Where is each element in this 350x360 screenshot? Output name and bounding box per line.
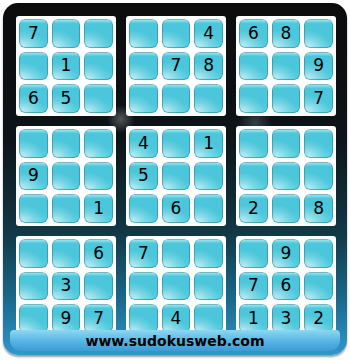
given-digit: 8 xyxy=(203,57,214,74)
given-digit: 7 xyxy=(248,277,259,294)
board-frame: 7165478689791415628639774976132 www.sudo… xyxy=(3,3,347,355)
given-digit: 7 xyxy=(138,245,149,262)
cell-r8c3[interactable] xyxy=(84,272,113,301)
box-3-2: 74 xyxy=(126,236,226,336)
cell-r6c9[interactable]: 8 xyxy=(304,194,333,223)
given-digit: 6 xyxy=(28,90,39,107)
cell-r7c6[interactable] xyxy=(194,239,223,268)
cell-r2c2[interactable]: 1 xyxy=(52,52,81,81)
given-digit: 3 xyxy=(281,310,292,327)
cell-r5c7[interactable] xyxy=(239,162,268,191)
cell-r9c6[interactable] xyxy=(194,304,223,333)
cell-r9c4[interactable] xyxy=(129,304,158,333)
cell-r5c9[interactable] xyxy=(304,162,333,191)
cell-r9c3[interactable]: 7 xyxy=(84,304,113,333)
cell-r2c4[interactable] xyxy=(129,52,158,81)
cell-r4c4[interactable]: 4 xyxy=(129,129,158,158)
cell-r2c5[interactable]: 7 xyxy=(162,52,191,81)
cell-r4c9[interactable] xyxy=(304,129,333,158)
given-digit: 8 xyxy=(281,25,292,42)
box-2-2: 4156 xyxy=(126,126,226,226)
cell-r8c2[interactable]: 3 xyxy=(52,272,81,301)
cell-r5c6[interactable] xyxy=(194,162,223,191)
cell-r2c6[interactable]: 8 xyxy=(194,52,223,81)
cell-r3c3[interactable] xyxy=(84,84,113,113)
cell-r3c7[interactable] xyxy=(239,84,268,113)
cell-r8c8[interactable]: 6 xyxy=(272,272,301,301)
cell-r3c8[interactable] xyxy=(272,84,301,113)
cell-r6c6[interactable] xyxy=(194,194,223,223)
cell-r9c7[interactable]: 1 xyxy=(239,304,268,333)
cell-r5c2[interactable] xyxy=(52,162,81,191)
cell-r5c8[interactable] xyxy=(272,162,301,191)
given-digit: 4 xyxy=(138,135,149,152)
cell-r1c4[interactable] xyxy=(129,19,158,48)
given-digit: 1 xyxy=(248,310,259,327)
cell-r7c7[interactable] xyxy=(239,239,268,268)
cell-r5c3[interactable] xyxy=(84,162,113,191)
box-1-3: 6897 xyxy=(236,16,336,116)
given-digit: 6 xyxy=(281,277,292,294)
cell-r7c1[interactable] xyxy=(19,239,48,268)
given-digit: 5 xyxy=(61,90,72,107)
cell-r1c5[interactable] xyxy=(162,19,191,48)
site-url-label: www.sudokusweb.com xyxy=(85,333,264,349)
cell-r4c8[interactable] xyxy=(272,129,301,158)
cell-r3c2[interactable]: 5 xyxy=(52,84,81,113)
given-digit: 6 xyxy=(171,200,182,217)
cell-r7c5[interactable] xyxy=(162,239,191,268)
cell-r8c9[interactable] xyxy=(304,272,333,301)
sudoku-page: 7165478689791415628639774976132 www.sudo… xyxy=(0,0,350,360)
given-digit: 9 xyxy=(313,57,324,74)
cell-r1c8[interactable]: 8 xyxy=(272,19,301,48)
given-digit: 7 xyxy=(313,90,324,107)
cell-r9c1[interactable] xyxy=(19,304,48,333)
given-digit: 8 xyxy=(313,200,324,217)
cell-r8c1[interactable] xyxy=(19,272,48,301)
given-digit: 2 xyxy=(313,310,324,327)
given-digit: 6 xyxy=(93,245,104,262)
cell-r9c8[interactable]: 3 xyxy=(272,304,301,333)
cell-r2c7[interactable] xyxy=(239,52,268,81)
box-1-1: 7165 xyxy=(16,16,116,116)
cell-r3c1[interactable]: 6 xyxy=(19,84,48,113)
cell-r6c8[interactable] xyxy=(272,194,301,223)
cell-r1c3[interactable] xyxy=(84,19,113,48)
given-digit: 4 xyxy=(203,25,214,42)
cell-r4c1[interactable] xyxy=(19,129,48,158)
cell-r1c9[interactable] xyxy=(304,19,333,48)
cell-r6c2[interactable] xyxy=(52,194,81,223)
cell-r5c1[interactable]: 9 xyxy=(19,162,48,191)
box-2-3: 28 xyxy=(236,126,336,226)
cell-r5c5[interactable] xyxy=(162,162,191,191)
cell-r7c2[interactable] xyxy=(52,239,81,268)
cell-r3c4[interactable] xyxy=(129,84,158,113)
sudoku-grid: 7165478689791415628639774976132 xyxy=(16,16,336,336)
box-1-2: 478 xyxy=(126,16,226,116)
given-digit: 7 xyxy=(28,25,39,42)
cell-r6c7[interactable]: 2 xyxy=(239,194,268,223)
given-digit: 7 xyxy=(171,57,182,74)
cell-r4c2[interactable] xyxy=(52,129,81,158)
cell-r3c5[interactable] xyxy=(162,84,191,113)
box-2-1: 91 xyxy=(16,126,116,226)
given-digit: 5 xyxy=(138,167,149,184)
cell-r1c1[interactable]: 7 xyxy=(19,19,48,48)
cell-r6c1[interactable] xyxy=(19,194,48,223)
cell-r7c3[interactable]: 6 xyxy=(84,239,113,268)
given-digit: 6 xyxy=(248,25,259,42)
box-3-3: 976132 xyxy=(236,236,336,336)
cell-r7c9[interactable] xyxy=(304,239,333,268)
cell-r8c7[interactable]: 7 xyxy=(239,272,268,301)
given-digit: 1 xyxy=(93,200,104,217)
given-digit: 7 xyxy=(93,310,104,327)
cell-r7c4[interactable]: 7 xyxy=(129,239,158,268)
cell-r6c5[interactable]: 6 xyxy=(162,194,191,223)
cell-r1c2[interactable] xyxy=(52,19,81,48)
cell-r3c6[interactable] xyxy=(194,84,223,113)
cell-r1c6[interactable]: 4 xyxy=(194,19,223,48)
cell-r2c9[interactable]: 9 xyxy=(304,52,333,81)
site-footer: www.sudokusweb.com xyxy=(10,330,340,351)
cell-r9c2[interactable]: 9 xyxy=(52,304,81,333)
cell-r3c9[interactable]: 7 xyxy=(304,84,333,113)
cell-r8c4[interactable] xyxy=(129,272,158,301)
given-digit: 9 xyxy=(28,167,39,184)
cell-r2c1[interactable] xyxy=(19,52,48,81)
cell-r8c5[interactable] xyxy=(162,272,191,301)
given-digit: 1 xyxy=(203,135,214,152)
box-3-1: 6397 xyxy=(16,236,116,336)
cell-r4c6[interactable]: 1 xyxy=(194,129,223,158)
cell-r2c8[interactable] xyxy=(272,52,301,81)
given-digit: 1 xyxy=(61,57,72,74)
cell-r9c5[interactable]: 4 xyxy=(162,304,191,333)
cell-r4c3[interactable] xyxy=(84,129,113,158)
cell-r6c4[interactable] xyxy=(129,194,158,223)
given-digit: 9 xyxy=(61,310,72,327)
given-digit: 3 xyxy=(61,277,72,294)
cell-r4c7[interactable] xyxy=(239,129,268,158)
given-digit: 4 xyxy=(171,310,182,327)
cell-r8c6[interactable] xyxy=(194,272,223,301)
cell-r6c3[interactable]: 1 xyxy=(84,194,113,223)
cell-r9c9[interactable]: 2 xyxy=(304,304,333,333)
cell-r5c4[interactable]: 5 xyxy=(129,162,158,191)
given-digit: 2 xyxy=(248,200,259,217)
cell-r7c8[interactable]: 9 xyxy=(272,239,301,268)
given-digit: 9 xyxy=(281,245,292,262)
cell-r1c7[interactable]: 6 xyxy=(239,19,268,48)
cell-r4c5[interactable] xyxy=(162,129,191,158)
cell-r2c3[interactable] xyxy=(84,52,113,81)
